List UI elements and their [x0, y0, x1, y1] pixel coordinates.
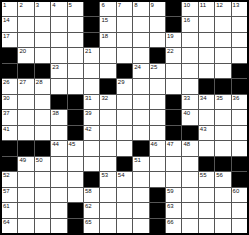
clue-number-65: 65 — [85, 219, 92, 226]
white-cell-r4c15[interactable] — [232, 48, 247, 62]
black-cell-r4c10 — [150, 48, 165, 62]
white-cell-r1c8[interactable]: 7 — [117, 2, 132, 16]
white-cell-r3c15[interactable] — [232, 33, 247, 47]
clue-number-57: 57 — [3, 188, 10, 195]
clue-number-46: 46 — [151, 141, 158, 148]
clue-number-36: 36 — [233, 95, 240, 102]
clue-number-13: 13 — [233, 2, 240, 9]
white-cell-r10c6[interactable] — [84, 141, 99, 155]
white-cell-r14c4[interactable] — [51, 203, 66, 217]
clue-number-22: 22 — [167, 48, 174, 55]
clue-number-53: 53 — [101, 172, 108, 179]
clue-number-16: 16 — [183, 17, 190, 24]
white-cell-r13c1[interactable]: 57 — [2, 188, 17, 202]
clue-number-66: 66 — [167, 219, 174, 226]
clue-number-62: 62 — [85, 203, 92, 210]
white-cell-r1c3[interactable]: 3 — [35, 2, 50, 16]
white-cell-r3c10[interactable] — [150, 33, 165, 47]
white-cell-r14c2[interactable] — [18, 203, 33, 217]
white-cell-r2c13[interactable] — [199, 17, 214, 31]
clue-number-41: 41 — [3, 126, 10, 133]
white-cell-r8c14[interactable] — [215, 110, 230, 124]
white-cell-r11c9[interactable]: 51 — [133, 157, 148, 171]
black-cell-r6c13 — [199, 79, 214, 93]
white-cell-r15c2[interactable] — [18, 219, 33, 233]
white-cell-r15c1[interactable]: 64 — [2, 219, 17, 233]
white-cell-r4c13[interactable] — [199, 48, 214, 62]
black-cell-r7c5 — [68, 95, 83, 109]
white-cell-r2c12[interactable]: 16 — [182, 17, 197, 31]
black-cell-r11c14 — [215, 157, 230, 171]
white-cell-r6c9[interactable] — [133, 79, 148, 93]
black-cell-r7c11 — [166, 95, 181, 109]
white-cell-r11c5[interactable] — [68, 157, 83, 171]
white-cell-r11c2[interactable]: 49 — [18, 157, 33, 171]
white-cell-r15c11[interactable]: 66 — [166, 219, 181, 233]
clue-number-9: 9 — [151, 2, 154, 9]
white-cell-r7c9[interactable] — [133, 95, 148, 109]
white-cell-r8c7[interactable] — [100, 110, 115, 124]
white-cell-r12c9[interactable] — [133, 172, 148, 186]
white-cell-r5c10[interactable]: 25 — [150, 64, 165, 78]
white-cell-r15c14[interactable] — [215, 219, 230, 233]
white-cell-r11c4[interactable] — [51, 157, 66, 171]
white-cell-r13c15[interactable]: 60 — [232, 188, 247, 202]
white-cell-r9c4[interactable] — [51, 126, 66, 140]
clue-number-14: 14 — [3, 17, 10, 24]
clue-number-12: 12 — [216, 2, 223, 9]
white-cell-r5c7[interactable] — [100, 64, 115, 78]
white-cell-r7c15[interactable]: 36 — [232, 95, 247, 109]
clue-number-17: 17 — [3, 33, 10, 40]
white-cell-r13c12[interactable] — [182, 188, 197, 202]
white-cell-r10c7[interactable] — [100, 141, 115, 155]
clue-number-64: 64 — [3, 219, 10, 226]
white-cell-r5c13[interactable] — [199, 64, 214, 78]
white-cell-r6c4[interactable] — [51, 79, 66, 93]
black-cell-r11c1 — [2, 157, 17, 171]
clue-number-44: 44 — [52, 141, 59, 148]
white-cell-r10c13[interactable] — [199, 141, 214, 155]
white-cell-r13c6[interactable]: 58 — [84, 188, 99, 202]
black-cell-r5c15 — [232, 64, 247, 78]
clue-number-3: 3 — [36, 2, 39, 9]
white-cell-r13c9[interactable] — [133, 188, 148, 202]
white-cell-r9c13[interactable]: 43 — [199, 126, 214, 140]
clue-number-35: 35 — [216, 95, 223, 102]
white-cell-r12c4[interactable] — [51, 172, 66, 186]
white-cell-r2c5[interactable] — [68, 17, 83, 31]
white-cell-r2c14[interactable] — [215, 17, 230, 31]
clue-number-18: 18 — [101, 33, 108, 40]
white-cell-r15c9[interactable] — [133, 219, 148, 233]
white-cell-r12c3[interactable] — [35, 172, 50, 186]
white-cell-r8c15[interactable] — [232, 110, 247, 124]
black-cell-r9c11 — [166, 126, 181, 140]
black-cell-r15c10 — [150, 219, 165, 233]
white-cell-r6c11[interactable] — [166, 79, 181, 93]
white-cell-r3c13[interactable] — [199, 33, 214, 47]
black-cell-r1c11 — [166, 2, 181, 16]
clue-number-30: 30 — [3, 95, 10, 102]
white-cell-r5c6[interactable] — [84, 64, 99, 78]
clue-number-32: 32 — [101, 95, 108, 102]
white-cell-r1c7[interactable]: 6 — [100, 2, 115, 16]
white-cell-r3c8[interactable] — [117, 33, 132, 47]
white-cell-r13c7[interactable] — [100, 188, 115, 202]
white-cell-r8c8[interactable] — [117, 110, 132, 124]
black-cell-r6c15 — [232, 79, 247, 93]
white-cell-r2c3[interactable] — [35, 17, 50, 31]
clue-number-20: 20 — [19, 48, 26, 55]
white-cell-r13c2[interactable] — [18, 188, 33, 202]
white-cell-r15c8[interactable] — [117, 219, 132, 233]
white-cell-r12c8[interactable]: 54 — [117, 172, 132, 186]
white-cell-r4c8[interactable] — [117, 48, 132, 62]
white-cell-r2c15[interactable] — [232, 17, 247, 31]
white-cell-r14c1[interactable]: 61 — [2, 203, 17, 217]
white-cell-r11c6[interactable] — [84, 157, 99, 171]
crossword-grid: 1234567891011121314151617181920212223242… — [0, 0, 249, 235]
white-cell-r8c13[interactable] — [199, 110, 214, 124]
clue-number-4: 4 — [52, 2, 55, 9]
white-cell-r3c11[interactable]: 19 — [166, 33, 181, 47]
white-cell-r7c2[interactable] — [18, 95, 33, 109]
white-cell-r6c1[interactable]: 26 — [2, 79, 17, 93]
white-cell-r7c1[interactable]: 30 — [2, 95, 17, 109]
white-cell-r11c11[interactable] — [166, 157, 181, 171]
white-cell-r9c8[interactable] — [117, 126, 132, 140]
clue-number-23: 23 — [52, 64, 59, 71]
clue-number-43: 43 — [200, 126, 207, 133]
white-cell-r4c6[interactable]: 21 — [84, 48, 99, 62]
clue-number-31: 31 — [85, 95, 92, 102]
white-cell-r13c3[interactable] — [35, 188, 50, 202]
clue-number-8: 8 — [134, 2, 137, 9]
white-cell-r3c12[interactable] — [182, 33, 197, 47]
white-cell-r10c14[interactable] — [215, 141, 230, 155]
clue-number-29: 29 — [118, 79, 125, 86]
clue-number-10: 10 — [183, 2, 190, 9]
white-cell-r12c5[interactable] — [68, 172, 83, 186]
clue-number-15: 15 — [101, 17, 108, 24]
white-cell-r10c5[interactable]: 45 — [68, 141, 83, 155]
white-cell-r9c7[interactable] — [100, 126, 115, 140]
black-cell-r3c6 — [84, 33, 99, 47]
white-cell-r15c6[interactable]: 65 — [84, 219, 99, 233]
clue-number-47: 47 — [167, 141, 174, 148]
white-cell-r13c4[interactable] — [51, 188, 66, 202]
white-cell-r6c2[interactable]: 27 — [18, 79, 33, 93]
white-cell-r11c3[interactable]: 50 — [35, 157, 50, 171]
white-cell-r12c12[interactable] — [182, 172, 197, 186]
white-cell-r10c12[interactable]: 48 — [182, 141, 197, 155]
clue-number-63: 63 — [167, 203, 174, 210]
white-cell-r15c13[interactable] — [199, 219, 214, 233]
clue-number-24: 24 — [134, 64, 141, 71]
white-cell-r7c10[interactable] — [150, 95, 165, 109]
white-cell-r14c12[interactable] — [182, 203, 197, 217]
white-cell-r1c15[interactable]: 13 — [232, 2, 247, 16]
white-cell-r5c9[interactable]: 24 — [133, 64, 148, 78]
white-cell-r8c1[interactable]: 37 — [2, 110, 17, 124]
white-cell-r13c8[interactable] — [117, 188, 132, 202]
white-cell-r14c3[interactable] — [35, 203, 50, 217]
clue-number-28: 28 — [36, 79, 43, 86]
white-cell-r2c10[interactable] — [150, 17, 165, 31]
black-cell-r5c2 — [18, 64, 33, 78]
black-cell-r12c15 — [232, 172, 247, 186]
white-cell-r1c12[interactable]: 10 — [182, 2, 197, 16]
black-cell-r9c12 — [182, 126, 197, 140]
clue-number-34: 34 — [200, 95, 207, 102]
black-cell-r10c1 — [2, 141, 17, 155]
white-cell-r10c8[interactable] — [117, 141, 132, 155]
white-cell-r1c10[interactable]: 9 — [150, 2, 165, 16]
white-cell-r12c14[interactable]: 56 — [215, 172, 230, 186]
black-cell-r11c15 — [232, 157, 247, 171]
clue-number-6: 6 — [101, 2, 104, 9]
white-cell-r9c2[interactable] — [18, 126, 33, 140]
black-cell-r2c6 — [84, 17, 99, 31]
white-cell-r14c11[interactable]: 63 — [166, 203, 181, 217]
white-cell-r8c6[interactable]: 39 — [84, 110, 99, 124]
white-cell-r10c4[interactable]: 44 — [51, 141, 66, 155]
clue-number-48: 48 — [183, 141, 190, 148]
black-cell-r2c11 — [166, 17, 181, 31]
white-cell-r9c14[interactable] — [215, 126, 230, 140]
white-cell-r12c7[interactable]: 53 — [100, 172, 115, 186]
clue-number-2: 2 — [19, 2, 22, 9]
black-cell-r5c3 — [35, 64, 50, 78]
white-cell-r7c13[interactable]: 34 — [199, 95, 214, 109]
white-cell-r5c12[interactable] — [182, 64, 197, 78]
white-cell-r4c7[interactable] — [100, 48, 115, 62]
black-cell-r7c4 — [51, 95, 66, 109]
white-cell-r14c9[interactable] — [133, 203, 148, 217]
white-cell-r2c8[interactable] — [117, 17, 132, 31]
white-cell-r6c8[interactable]: 29 — [117, 79, 132, 93]
clue-number-61: 61 — [3, 203, 10, 210]
white-cell-r2c1[interactable]: 14 — [2, 17, 17, 31]
white-cell-r7c14[interactable]: 35 — [215, 95, 230, 109]
black-cell-r8c11 — [166, 110, 181, 124]
clue-number-25: 25 — [151, 64, 158, 71]
clue-number-54: 54 — [118, 172, 125, 179]
clue-number-27: 27 — [19, 79, 26, 86]
white-cell-r8c12[interactable]: 40 — [182, 110, 197, 124]
white-cell-r3c4[interactable] — [51, 33, 66, 47]
white-cell-r9c15[interactable] — [232, 126, 247, 140]
black-cell-r8c5 — [68, 110, 83, 124]
clue-number-21: 21 — [85, 48, 92, 55]
white-cell-r7c8[interactable] — [117, 95, 132, 109]
white-cell-r12c10[interactable] — [150, 172, 165, 186]
white-cell-r15c12[interactable] — [182, 219, 197, 233]
white-cell-r15c3[interactable] — [35, 219, 50, 233]
white-cell-r6c6[interactable] — [84, 79, 99, 93]
white-cell-r6c3[interactable]: 28 — [35, 79, 50, 93]
clue-number-59: 59 — [167, 188, 174, 195]
white-cell-r1c13[interactable]: 11 — [199, 2, 214, 16]
white-cell-r15c4[interactable] — [51, 219, 66, 233]
black-cell-r5c8 — [117, 64, 132, 78]
black-cell-r6c14 — [215, 79, 230, 93]
white-cell-r2c7[interactable]: 15 — [100, 17, 115, 31]
white-cell-r1c5[interactable]: 5 — [68, 2, 83, 16]
white-cell-r4c3[interactable] — [35, 48, 50, 62]
white-cell-r1c1[interactable]: 1 — [2, 2, 17, 16]
white-cell-r10c11[interactable]: 47 — [166, 141, 181, 155]
white-cell-r9c10[interactable] — [150, 126, 165, 140]
white-cell-r3c14[interactable] — [215, 33, 230, 47]
white-cell-r12c1[interactable]: 52 — [2, 172, 17, 186]
white-cell-r4c12[interactable] — [182, 48, 197, 62]
white-cell-r11c12[interactable] — [182, 157, 197, 171]
white-cell-r9c6[interactable]: 42 — [84, 126, 99, 140]
white-cell-r2c9[interactable] — [133, 17, 148, 31]
black-cell-r14c10 — [150, 203, 165, 217]
white-cell-r1c2[interactable]: 2 — [18, 2, 33, 16]
white-cell-r10c10[interactable]: 46 — [150, 141, 165, 155]
white-cell-r13c13[interactable] — [199, 188, 214, 202]
black-cell-r10c3 — [35, 141, 50, 155]
white-cell-r6c12[interactable] — [182, 79, 197, 93]
white-cell-r9c9[interactable] — [133, 126, 148, 140]
clue-number-60: 60 — [233, 188, 240, 195]
clue-number-55: 55 — [200, 172, 207, 179]
white-cell-r15c15[interactable] — [232, 219, 247, 233]
white-cell-r3c5[interactable] — [68, 33, 83, 47]
white-cell-r15c7[interactable] — [100, 219, 115, 233]
white-cell-r9c1[interactable]: 41 — [2, 126, 17, 140]
clue-number-56: 56 — [216, 172, 223, 179]
white-cell-r14c13[interactable] — [199, 203, 214, 217]
white-cell-r4c5[interactable] — [68, 48, 83, 62]
white-cell-r2c2[interactable] — [18, 17, 33, 31]
clue-number-45: 45 — [69, 141, 76, 148]
clue-number-1: 1 — [3, 2, 6, 9]
white-cell-r5c4[interactable]: 23 — [51, 64, 66, 78]
clue-number-38: 38 — [52, 110, 59, 117]
white-cell-r3c7[interactable]: 18 — [100, 33, 115, 47]
white-cell-r8c10[interactable] — [150, 110, 165, 124]
white-cell-r11c10[interactable] — [150, 157, 165, 171]
black-cell-r10c9 — [133, 141, 148, 155]
white-cell-r7c7[interactable]: 32 — [100, 95, 115, 109]
white-cell-r3c3[interactable] — [35, 33, 50, 47]
black-cell-r12c6 — [84, 172, 99, 186]
clue-number-26: 26 — [3, 79, 10, 86]
white-cell-r9c3[interactable] — [35, 126, 50, 140]
white-cell-r8c4[interactable]: 38 — [51, 110, 66, 124]
clue-number-5: 5 — [69, 2, 72, 9]
white-cell-r3c9[interactable] — [133, 33, 148, 47]
white-cell-r14c15[interactable] — [232, 203, 247, 217]
black-cell-r6c7 — [100, 79, 115, 93]
clue-number-50: 50 — [36, 157, 43, 164]
white-cell-r1c4[interactable]: 4 — [51, 2, 66, 16]
white-cell-r8c2[interactable] — [18, 110, 33, 124]
white-cell-r12c13[interactable]: 55 — [199, 172, 214, 186]
clue-number-58: 58 — [85, 188, 92, 195]
clue-number-52: 52 — [3, 172, 10, 179]
black-cell-r10c2 — [18, 141, 33, 155]
black-cell-r11c8 — [117, 157, 132, 171]
clue-number-42: 42 — [85, 126, 92, 133]
white-cell-r4c14[interactable] — [215, 48, 230, 62]
white-cell-r14c14[interactable] — [215, 203, 230, 217]
white-cell-r11c7[interactable] — [100, 157, 115, 171]
white-cell-r10c15[interactable] — [232, 141, 247, 155]
white-cell-r5c5[interactable] — [68, 64, 83, 78]
white-cell-r4c4[interactable] — [51, 48, 66, 62]
clue-number-19: 19 — [167, 33, 174, 40]
white-cell-r12c2[interactable] — [18, 172, 33, 186]
white-cell-r6c5[interactable] — [68, 79, 83, 93]
clue-number-33: 33 — [183, 95, 190, 102]
white-cell-r3c2[interactable] — [18, 33, 33, 47]
white-cell-r7c12[interactable]: 33 — [182, 95, 197, 109]
white-cell-r5c11[interactable] — [166, 64, 181, 78]
black-cell-r1c6 — [84, 2, 99, 16]
clue-number-11: 11 — [200, 2, 206, 9]
white-cell-r14c8[interactable] — [117, 203, 132, 217]
white-cell-r8c3[interactable] — [35, 110, 50, 124]
white-cell-r7c6[interactable]: 31 — [84, 95, 99, 109]
clue-number-51: 51 — [134, 157, 141, 164]
white-cell-r1c14[interactable]: 12 — [215, 2, 230, 16]
black-cell-r9c5 — [68, 126, 83, 140]
white-cell-r13c11[interactable]: 59 — [166, 188, 181, 202]
white-cell-r3c1[interactable]: 17 — [2, 33, 17, 47]
white-cell-r13c5[interactable] — [68, 188, 83, 202]
white-cell-r4c2[interactable]: 20 — [18, 48, 33, 62]
white-cell-r5c14[interactable] — [215, 64, 230, 78]
black-cell-r14c5 — [68, 203, 83, 217]
white-cell-r13c14[interactable] — [215, 188, 230, 202]
black-cell-r4c1 — [2, 48, 17, 62]
white-cell-r4c11[interactable]: 22 — [166, 48, 181, 62]
black-cell-r11c13 — [199, 157, 214, 171]
clue-number-39: 39 — [85, 110, 92, 117]
clue-number-40: 40 — [183, 110, 190, 117]
white-cell-r14c6[interactable]: 62 — [84, 203, 99, 217]
clue-number-7: 7 — [118, 2, 121, 9]
white-cell-r1c9[interactable]: 8 — [133, 2, 148, 16]
white-cell-r14c7[interactable] — [100, 203, 115, 217]
white-cell-r12c11[interactable] — [166, 172, 181, 186]
white-cell-r7c3[interactable] — [35, 95, 50, 109]
white-cell-r2c4[interactable] — [51, 17, 66, 31]
clue-number-49: 49 — [19, 157, 26, 164]
black-cell-r13c10 — [150, 188, 165, 202]
white-cell-r8c9[interactable] — [133, 110, 148, 124]
clue-number-37: 37 — [3, 110, 10, 117]
white-cell-r4c9[interactable] — [133, 48, 148, 62]
black-cell-r5c1 — [2, 64, 17, 78]
black-cell-r15c5 — [68, 219, 83, 233]
white-cell-r6c10[interactable] — [150, 79, 165, 93]
